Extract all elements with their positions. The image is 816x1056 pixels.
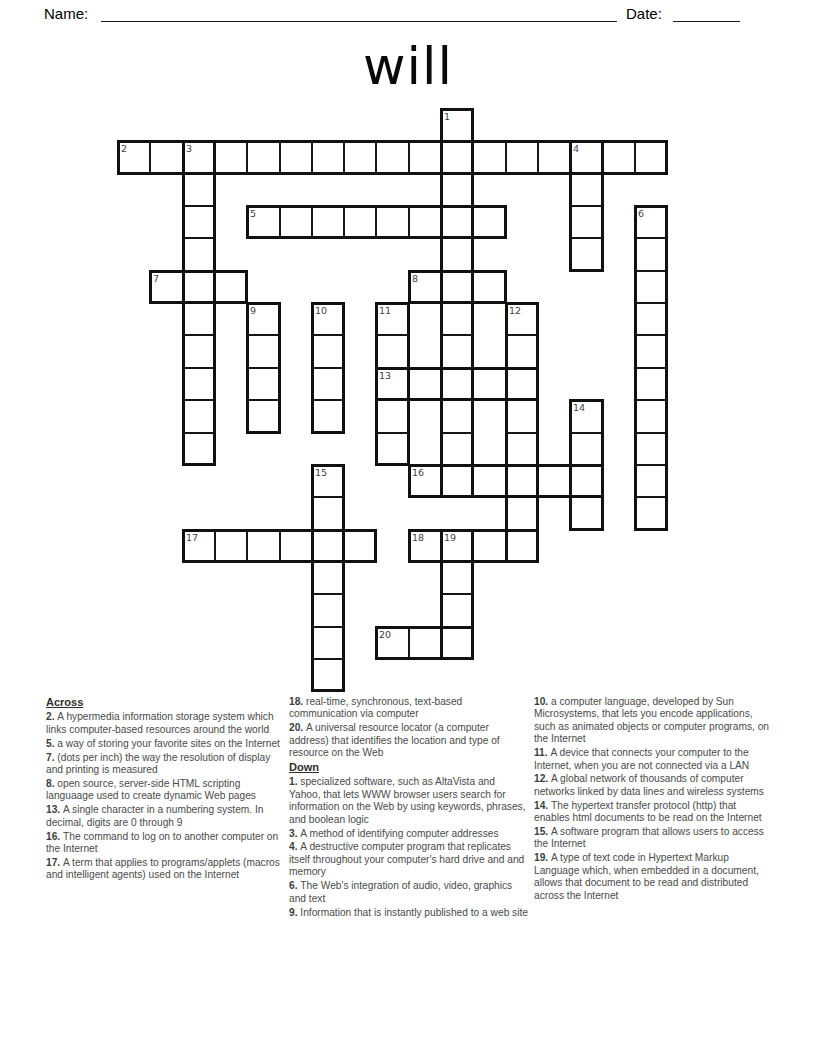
clue-number-label: 2. <box>46 711 57 722</box>
clue-7: 7. (dots per inch) the way the resolutio… <box>46 752 286 777</box>
grid-cell[interactable] <box>408 367 442 401</box>
grid-cell[interactable] <box>634 367 668 401</box>
crossword-grid: 1234567891011121314151617181920 <box>0 0 816 700</box>
clue-column-2: 18. real-time, synchronous, text-based c… <box>289 696 529 920</box>
grid-cell[interactable] <box>505 334 539 369</box>
grid-cell[interactable] <box>505 496 539 531</box>
grid-cell[interactable] <box>311 529 345 563</box>
clue-number-label: 6. <box>289 880 300 891</box>
grid-cell[interactable] <box>537 140 571 175</box>
clue-number-label: 3. <box>289 828 300 839</box>
grid-cell[interactable] <box>246 302 281 336</box>
clue-4: 4. A destructive computer program that r… <box>289 841 529 878</box>
grid-cell[interactable] <box>149 140 184 175</box>
clue-number-label: 18. <box>289 696 306 707</box>
grid-cell[interactable] <box>311 399 345 434</box>
grid-cell[interactable] <box>602 140 636 175</box>
grid-cell[interactable] <box>440 108 474 142</box>
grid-cell[interactable] <box>472 367 507 401</box>
grid-cell[interactable] <box>375 205 410 239</box>
grid-cell[interactable] <box>440 593 474 628</box>
across-header: Across <box>46 696 286 708</box>
clue-number-label: 10. <box>534 696 551 707</box>
grid-cell[interactable] <box>343 140 377 175</box>
grid-cell[interactable] <box>246 399 281 434</box>
grid-cell[interactable] <box>182 432 216 466</box>
grid-cell[interactable] <box>182 173 216 207</box>
grid-cell[interactable] <box>505 399 539 434</box>
grid-cell[interactable] <box>246 367 281 401</box>
grid-cell[interactable] <box>569 464 604 498</box>
grid-cell[interactable] <box>569 237 604 272</box>
grid-cell[interactable] <box>440 367 474 401</box>
grid-cell[interactable] <box>408 205 442 239</box>
grid-cell[interactable] <box>440 237 474 272</box>
grid-cell[interactable] <box>311 302 345 336</box>
grid-cell[interactable] <box>569 496 604 531</box>
grid-cell[interactable] <box>246 205 281 239</box>
clue-column-1: Across2. A hypermedia information storag… <box>46 696 286 883</box>
grid-cell[interactable] <box>472 140 507 175</box>
clue-2: 2. A hypermedia information storage syst… <box>46 711 286 736</box>
grid-cell[interactable] <box>182 140 216 175</box>
grid-cell[interactable] <box>246 334 281 369</box>
grid-cell[interactable] <box>311 464 345 498</box>
grid-cell[interactable] <box>634 302 668 336</box>
grid-cell[interactable] <box>634 140 668 175</box>
grid-cell[interactable] <box>569 399 604 434</box>
grid-cell[interactable] <box>537 464 571 498</box>
grid-cell[interactable] <box>472 270 507 304</box>
grid-cell[interactable] <box>375 302 410 336</box>
grid-cell[interactable] <box>375 626 410 660</box>
clue-20: 20. A universal resource locator (a comp… <box>289 722 529 759</box>
grid-cell[interactable] <box>505 367 539 401</box>
clue-number-label: 14. <box>534 800 551 811</box>
clue-13: 13. A single character in a numbering sy… <box>46 804 286 829</box>
grid-cell[interactable] <box>375 399 410 434</box>
grid-cell[interactable] <box>634 432 668 466</box>
clue-number-label: 13. <box>46 804 63 815</box>
grid-cell[interactable] <box>472 205 507 239</box>
grid-cell[interactable] <box>311 334 345 369</box>
grid-cell[interactable] <box>279 205 313 239</box>
grid-cell[interactable] <box>440 173 474 207</box>
worksheet-page: Name: Date: will 12345678910111213141516… <box>0 0 816 1056</box>
clue-number-label: 17. <box>46 857 63 868</box>
grid-cell[interactable] <box>408 529 442 563</box>
grid-cell[interactable] <box>182 270 216 304</box>
grid-cell[interactable] <box>343 205 377 239</box>
clue-number-label: 5. <box>46 738 57 749</box>
grid-cell[interactable] <box>343 529 377 563</box>
grid-cell[interactable] <box>408 270 442 304</box>
clue-11: 11. A device that connects your computer… <box>534 747 774 772</box>
grid-cell[interactable] <box>440 270 474 304</box>
clue-10: 10. a computer language, developed by Su… <box>534 696 774 746</box>
grid-cell[interactable] <box>440 464 474 498</box>
grid-cell[interactable] <box>182 399 216 434</box>
grid-cell[interactable] <box>149 270 184 304</box>
clue-number-label: 9. <box>289 907 300 918</box>
grid-cell[interactable] <box>311 561 345 595</box>
grid-cell[interactable] <box>311 593 345 628</box>
grid-cell[interactable] <box>472 529 507 563</box>
clue-number-label: 16. <box>46 831 63 842</box>
grid-cell[interactable] <box>634 334 668 369</box>
clue-5: 5. a way of storing your favorite sites … <box>46 738 286 750</box>
grid-cell[interactable] <box>375 432 410 466</box>
grid-cell[interactable] <box>505 432 539 466</box>
grid-cell[interactable] <box>472 464 507 498</box>
clue-number-label: 8. <box>46 778 57 789</box>
grid-cell[interactable] <box>440 529 474 563</box>
grid-cell[interactable] <box>505 464 539 498</box>
clue-15: 15. A software program that allows users… <box>534 826 774 851</box>
grid-cell[interactable] <box>375 140 410 175</box>
clue-number-label: 11. <box>534 747 550 758</box>
grid-cell[interactable] <box>505 302 539 336</box>
grid-cell[interactable] <box>634 237 668 272</box>
grid-cell[interactable] <box>311 367 345 401</box>
grid-cell[interactable] <box>311 496 345 531</box>
grid-cell[interactable] <box>246 529 281 563</box>
grid-cell[interactable] <box>634 270 668 304</box>
clue-number-label: 7. <box>46 752 57 763</box>
clue-number-label: 19. <box>534 852 551 863</box>
grid-cell[interactable] <box>375 334 410 369</box>
grid-cell[interactable] <box>634 496 668 531</box>
clue-number-label: 20. <box>289 722 306 733</box>
clue-1: 1. specialized software, such as AltaVis… <box>289 776 529 826</box>
clue-number-label: 4. <box>289 841 300 852</box>
clue-3: 3. A method of identifying computer addr… <box>289 828 529 840</box>
clue-number-label: 1. <box>289 776 300 787</box>
grid-cell[interactable] <box>440 302 474 336</box>
clue-18: 18. real-time, synchronous, text-based c… <box>289 696 529 721</box>
grid-cell[interactable] <box>246 140 281 175</box>
grid-cell[interactable] <box>634 464 668 498</box>
clue-17: 17. A term that applies to programs/appl… <box>46 857 286 882</box>
clue-column-3: 10. a computer language, developed by Su… <box>534 696 774 904</box>
grid-cell[interactable] <box>182 334 216 369</box>
grid-cell[interactable] <box>634 205 668 239</box>
clue-8: 8. open source, server-side HTML scripti… <box>46 778 286 803</box>
clue-number-label: 12. <box>534 773 551 784</box>
grid-cell[interactable] <box>375 367 410 401</box>
grid-cell[interactable] <box>214 529 248 563</box>
clue-14: 14. The hypertext transfer protocol (htt… <box>534 800 774 825</box>
grid-cell[interactable] <box>440 432 474 466</box>
clue-16: 16. The command to log on to another com… <box>46 831 286 856</box>
grid-cell[interactable] <box>440 140 474 175</box>
grid-cell[interactable] <box>214 270 248 304</box>
grid-cell[interactable] <box>311 658 345 692</box>
grid-cell[interactable] <box>505 140 539 175</box>
grid-cell[interactable] <box>311 626 345 660</box>
grid-cell[interactable] <box>408 140 442 175</box>
grid-cell[interactable] <box>214 140 248 175</box>
grid-cell[interactable] <box>408 626 442 660</box>
grid-cell[interactable] <box>182 205 216 239</box>
grid-cell[interactable] <box>311 140 345 175</box>
grid-cell[interactable] <box>182 237 216 272</box>
grid-cell[interactable] <box>182 529 216 563</box>
grid-cell[interactable] <box>279 529 313 563</box>
down-header: Down <box>289 761 529 773</box>
grid-cell[interactable] <box>311 205 345 239</box>
grid-cell[interactable] <box>279 140 313 175</box>
clue-19: 19. A type of text code in Hypertext Mar… <box>534 852 774 902</box>
grid-cell[interactable] <box>408 464 442 498</box>
grid-cell[interactable] <box>505 529 539 563</box>
grid-cell[interactable] <box>117 140 151 175</box>
grid-cell[interactable] <box>440 626 474 660</box>
grid-cell[interactable] <box>440 205 474 239</box>
grid-cell[interactable] <box>440 334 474 369</box>
grid-cell[interactable] <box>569 205 604 239</box>
clue-number-label: 15. <box>534 826 551 837</box>
grid-cell[interactable] <box>182 302 216 336</box>
clue-9: 9. Information that is instantly publish… <box>289 907 529 919</box>
clue-6: 6. The Web's integration of audio, video… <box>289 880 529 905</box>
grid-cell[interactable] <box>569 173 604 207</box>
grid-cell[interactable] <box>634 399 668 434</box>
grid-cell[interactable] <box>440 561 474 595</box>
grid-cell[interactable] <box>440 399 474 434</box>
clue-12: 12. A global network of thousands of com… <box>534 773 774 798</box>
grid-cell[interactable] <box>182 367 216 401</box>
grid-cell[interactable] <box>569 140 604 175</box>
grid-cell[interactable] <box>569 432 604 466</box>
